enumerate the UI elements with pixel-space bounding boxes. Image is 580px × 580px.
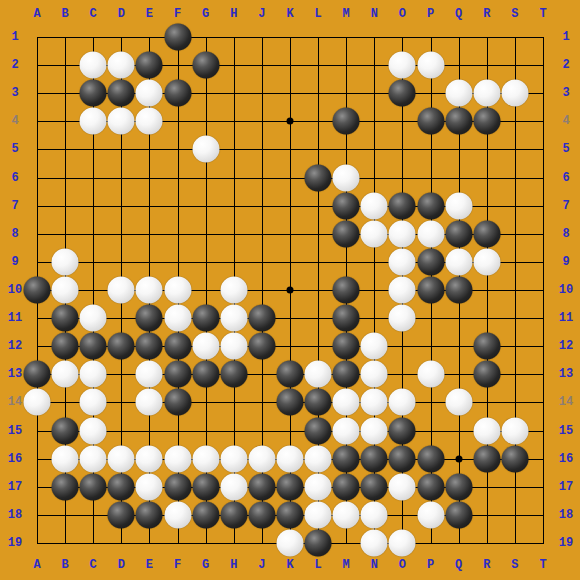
black-stone[interactable] <box>445 473 472 500</box>
black-stone[interactable] <box>192 52 219 79</box>
black-stone[interactable] <box>248 473 275 500</box>
col-label-bottom: C <box>90 558 97 572</box>
black-stone[interactable] <box>52 305 79 332</box>
black-stone[interactable] <box>305 417 332 444</box>
row-label-right: 8 <box>562 227 569 241</box>
col-label-bottom: T <box>539 558 546 572</box>
black-stone[interactable] <box>136 305 163 332</box>
row-label-left: 6 <box>11 171 18 185</box>
col-label-top: D <box>118 7 125 21</box>
col-label-top: L <box>315 7 322 21</box>
white-stone[interactable] <box>361 361 388 388</box>
black-stone[interactable] <box>164 361 191 388</box>
black-stone[interactable] <box>80 473 107 500</box>
white-stone[interactable] <box>473 248 500 275</box>
white-stone[interactable] <box>80 417 107 444</box>
white-stone[interactable] <box>108 445 135 472</box>
black-stone[interactable] <box>333 445 360 472</box>
col-label-bottom: N <box>371 558 378 572</box>
white-stone[interactable] <box>277 530 304 557</box>
row-label-right: 6 <box>562 171 569 185</box>
black-stone[interactable] <box>445 108 472 135</box>
row-label-left: 14 <box>8 395 22 409</box>
white-stone[interactable] <box>80 445 107 472</box>
col-label-top: N <box>371 7 378 21</box>
white-stone[interactable] <box>473 80 500 107</box>
black-stone[interactable] <box>108 80 135 107</box>
row-label-left: 17 <box>8 480 22 494</box>
black-stone[interactable] <box>333 277 360 304</box>
black-stone[interactable] <box>417 473 444 500</box>
row-label-left: 3 <box>11 86 18 100</box>
black-stone[interactable] <box>192 361 219 388</box>
row-label-left: 7 <box>11 199 18 213</box>
white-stone[interactable] <box>80 305 107 332</box>
row-label-right: 19 <box>559 536 573 550</box>
white-stone[interactable] <box>389 530 416 557</box>
row-label-left: 12 <box>8 339 22 353</box>
row-label-right: 5 <box>562 142 569 156</box>
col-label-bottom: K <box>286 558 293 572</box>
black-stone[interactable] <box>361 445 388 472</box>
white-stone[interactable] <box>136 389 163 416</box>
white-stone[interactable] <box>248 445 275 472</box>
black-stone[interactable] <box>164 80 191 107</box>
white-stone[interactable] <box>192 136 219 163</box>
white-stone[interactable] <box>333 389 360 416</box>
white-stone[interactable] <box>305 501 332 528</box>
row-label-right: 4 <box>562 114 569 128</box>
col-label-top: K <box>286 7 293 21</box>
white-stone[interactable] <box>389 52 416 79</box>
grid-hline <box>37 318 544 319</box>
col-label-top: A <box>33 7 40 21</box>
white-stone[interactable] <box>361 333 388 360</box>
row-label-right: 12 <box>559 339 573 353</box>
row-label-right: 14 <box>559 395 573 409</box>
black-stone[interactable] <box>473 220 500 247</box>
col-label-top: R <box>483 7 490 21</box>
black-stone[interactable] <box>192 305 219 332</box>
black-stone[interactable] <box>389 80 416 107</box>
black-stone[interactable] <box>445 277 472 304</box>
row-label-right: 11 <box>559 311 573 325</box>
black-stone[interactable] <box>417 248 444 275</box>
black-stone[interactable] <box>389 192 416 219</box>
col-label-top: E <box>146 7 153 21</box>
white-stone[interactable] <box>108 108 135 135</box>
white-stone[interactable] <box>277 445 304 472</box>
black-stone[interactable] <box>501 445 528 472</box>
white-stone[interactable] <box>108 277 135 304</box>
col-label-bottom: L <box>315 558 322 572</box>
row-label-left: 1 <box>11 30 18 44</box>
black-stone[interactable] <box>417 108 444 135</box>
black-stone[interactable] <box>333 361 360 388</box>
star-point <box>287 118 294 125</box>
black-stone[interactable] <box>277 361 304 388</box>
col-label-bottom: P <box>427 558 434 572</box>
white-stone[interactable] <box>333 417 360 444</box>
col-label-top: B <box>62 7 69 21</box>
white-stone[interactable] <box>80 108 107 135</box>
white-stone[interactable] <box>445 80 472 107</box>
black-stone[interactable] <box>220 361 247 388</box>
row-label-right: 13 <box>559 367 573 381</box>
row-label-right: 10 <box>559 283 573 297</box>
white-stone[interactable] <box>80 389 107 416</box>
black-stone[interactable] <box>192 501 219 528</box>
black-stone[interactable] <box>108 333 135 360</box>
black-stone[interactable] <box>389 445 416 472</box>
row-label-left: 13 <box>8 367 22 381</box>
row-label-left: 19 <box>8 536 22 550</box>
white-stone[interactable] <box>417 361 444 388</box>
star-point <box>455 455 462 462</box>
row-label-left: 9 <box>11 255 18 269</box>
black-stone[interactable] <box>333 473 360 500</box>
row-label-left: 8 <box>11 227 18 241</box>
white-stone[interactable] <box>136 473 163 500</box>
white-stone[interactable] <box>361 389 388 416</box>
white-stone[interactable] <box>52 277 79 304</box>
black-stone[interactable] <box>248 305 275 332</box>
col-label-top: J <box>258 7 265 21</box>
row-label-right: 3 <box>562 86 569 100</box>
black-stone[interactable] <box>52 333 79 360</box>
col-label-top: P <box>427 7 434 21</box>
white-stone[interactable] <box>305 473 332 500</box>
row-label-right: 9 <box>562 255 569 269</box>
col-label-bottom: H <box>230 558 237 572</box>
black-stone[interactable] <box>361 473 388 500</box>
black-stone[interactable] <box>136 52 163 79</box>
white-stone[interactable] <box>389 220 416 247</box>
black-stone[interactable] <box>164 24 191 51</box>
white-stone[interactable] <box>136 277 163 304</box>
black-stone[interactable] <box>277 501 304 528</box>
col-label-bottom: Q <box>455 558 462 572</box>
col-label-bottom: S <box>511 558 518 572</box>
white-stone[interactable] <box>136 445 163 472</box>
white-stone[interactable] <box>24 389 51 416</box>
white-stone[interactable] <box>389 473 416 500</box>
col-label-top: Q <box>455 7 462 21</box>
go-board[interactable]: AABBCCDDEEFFGGHHJJKKLLMMNNOOPPQQRRSSTT11… <box>0 0 580 580</box>
row-label-right: 15 <box>559 424 573 438</box>
black-stone[interactable] <box>52 473 79 500</box>
black-stone[interactable] <box>305 164 332 191</box>
black-stone[interactable] <box>52 417 79 444</box>
white-stone[interactable] <box>333 164 360 191</box>
white-stone[interactable] <box>417 52 444 79</box>
white-stone[interactable] <box>445 389 472 416</box>
white-stone[interactable] <box>361 417 388 444</box>
white-stone[interactable] <box>417 220 444 247</box>
black-stone[interactable] <box>305 389 332 416</box>
black-stone[interactable] <box>136 501 163 528</box>
white-stone[interactable] <box>136 361 163 388</box>
col-label-bottom: D <box>118 558 125 572</box>
white-stone[interactable] <box>501 417 528 444</box>
black-stone[interactable] <box>80 80 107 107</box>
white-stone[interactable] <box>220 445 247 472</box>
white-stone[interactable] <box>389 248 416 275</box>
black-stone[interactable] <box>164 333 191 360</box>
col-label-top: O <box>399 7 406 21</box>
white-stone[interactable] <box>80 361 107 388</box>
white-stone[interactable] <box>80 52 107 79</box>
col-label-top: M <box>343 7 350 21</box>
col-label-bottom: M <box>343 558 350 572</box>
white-stone[interactable] <box>445 248 472 275</box>
black-stone[interactable] <box>473 333 500 360</box>
white-stone[interactable] <box>389 277 416 304</box>
white-stone[interactable] <box>361 192 388 219</box>
white-stone[interactable] <box>361 220 388 247</box>
white-stone[interactable] <box>52 248 79 275</box>
white-stone[interactable] <box>417 501 444 528</box>
black-stone[interactable] <box>417 277 444 304</box>
col-label-bottom: R <box>483 558 490 572</box>
white-stone[interactable] <box>52 445 79 472</box>
white-stone[interactable] <box>389 305 416 332</box>
row-label-left: 18 <box>8 508 22 522</box>
white-stone[interactable] <box>52 361 79 388</box>
white-stone[interactable] <box>136 80 163 107</box>
white-stone[interactable] <box>361 501 388 528</box>
black-stone[interactable] <box>192 473 219 500</box>
white-stone[interactable] <box>220 277 247 304</box>
col-label-bottom: G <box>202 558 209 572</box>
white-stone[interactable] <box>473 417 500 444</box>
black-stone[interactable] <box>80 333 107 360</box>
black-stone[interactable] <box>136 333 163 360</box>
black-stone[interactable] <box>389 417 416 444</box>
black-stone[interactable] <box>445 220 472 247</box>
col-label-top: G <box>202 7 209 21</box>
row-label-left: 11 <box>8 311 22 325</box>
black-stone[interactable] <box>24 277 51 304</box>
row-label-right: 1 <box>562 30 569 44</box>
col-label-bottom: A <box>33 558 40 572</box>
col-label-top: S <box>511 7 518 21</box>
col-label-bottom: O <box>399 558 406 572</box>
white-stone[interactable] <box>220 473 247 500</box>
col-label-bottom: F <box>174 558 181 572</box>
black-stone[interactable] <box>108 501 135 528</box>
white-stone[interactable] <box>220 305 247 332</box>
black-stone[interactable] <box>248 333 275 360</box>
black-stone[interactable] <box>445 501 472 528</box>
white-stone[interactable] <box>164 305 191 332</box>
grid-hline <box>37 431 544 432</box>
row-label-right: 17 <box>559 480 573 494</box>
white-stone[interactable] <box>445 192 472 219</box>
white-stone[interactable] <box>501 80 528 107</box>
col-label-bottom: B <box>62 558 69 572</box>
col-label-bottom: J <box>258 558 265 572</box>
black-stone[interactable] <box>333 108 360 135</box>
black-stone[interactable] <box>417 445 444 472</box>
grid-vline <box>543 37 544 544</box>
black-stone[interactable] <box>277 389 304 416</box>
white-stone[interactable] <box>389 389 416 416</box>
black-stone[interactable] <box>277 473 304 500</box>
black-stone[interactable] <box>473 445 500 472</box>
white-stone[interactable] <box>305 445 332 472</box>
black-stone[interactable] <box>164 473 191 500</box>
black-stone[interactable] <box>473 361 500 388</box>
row-label-right: 7 <box>562 199 569 213</box>
black-stone[interactable] <box>248 501 275 528</box>
white-stone[interactable] <box>164 277 191 304</box>
black-stone[interactable] <box>417 192 444 219</box>
row-label-right: 16 <box>559 452 573 466</box>
black-stone[interactable] <box>24 361 51 388</box>
white-stone[interactable] <box>361 530 388 557</box>
row-label-left: 16 <box>8 452 22 466</box>
row-label-left: 5 <box>11 142 18 156</box>
white-stone[interactable] <box>164 501 191 528</box>
col-label-top: C <box>90 7 97 21</box>
white-stone[interactable] <box>136 108 163 135</box>
black-stone[interactable] <box>473 108 500 135</box>
black-stone[interactable] <box>333 305 360 332</box>
black-stone[interactable] <box>333 333 360 360</box>
black-stone[interactable] <box>305 530 332 557</box>
white-stone[interactable] <box>192 333 219 360</box>
row-label-right: 18 <box>559 508 573 522</box>
white-stone[interactable] <box>333 501 360 528</box>
col-label-bottom: E <box>146 558 153 572</box>
star-point <box>287 287 294 294</box>
row-label-left: 4 <box>11 114 18 128</box>
row-label-left: 15 <box>8 424 22 438</box>
white-stone[interactable] <box>108 52 135 79</box>
col-label-top: T <box>539 7 546 21</box>
black-stone[interactable] <box>333 220 360 247</box>
black-stone[interactable] <box>220 501 247 528</box>
white-stone[interactable] <box>164 445 191 472</box>
row-label-left: 10 <box>8 283 22 297</box>
white-stone[interactable] <box>192 445 219 472</box>
col-label-top: H <box>230 7 237 21</box>
black-stone[interactable] <box>333 192 360 219</box>
col-label-top: F <box>174 7 181 21</box>
black-stone[interactable] <box>164 389 191 416</box>
row-label-left: 2 <box>11 58 18 72</box>
white-stone[interactable] <box>305 361 332 388</box>
black-stone[interactable] <box>108 473 135 500</box>
row-label-right: 2 <box>562 58 569 72</box>
white-stone[interactable] <box>220 333 247 360</box>
